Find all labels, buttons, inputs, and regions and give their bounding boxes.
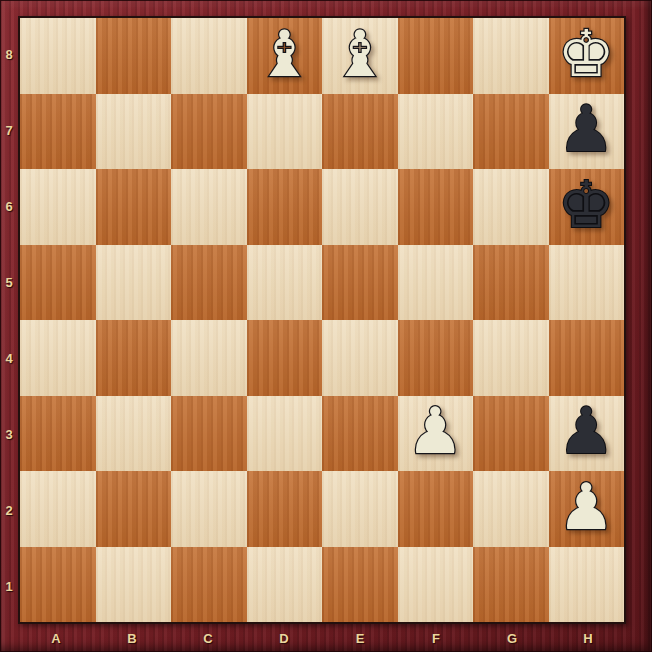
rank-label-4: 4 <box>0 320 18 396</box>
rank-label-3: 3 <box>0 396 18 472</box>
chess-board: ♝♝♚♟♚♟♟♟ <box>20 18 624 622</box>
square-d4[interactable] <box>247 320 323 396</box>
piece-black-king-h6[interactable]: ♚ <box>558 173 615 237</box>
square-d1[interactable] <box>247 547 323 623</box>
square-h2[interactable]: ♟ <box>549 471 625 547</box>
square-f6[interactable] <box>398 169 474 245</box>
square-f3[interactable]: ♟ <box>398 396 474 472</box>
square-e3[interactable] <box>322 396 398 472</box>
square-c3[interactable] <box>171 396 247 472</box>
square-e7[interactable] <box>322 94 398 170</box>
square-b1[interactable] <box>96 547 172 623</box>
board-outline: ♝♝♚♟♚♟♟♟ <box>18 16 626 624</box>
square-d3[interactable] <box>247 396 323 472</box>
square-a5[interactable] <box>20 245 96 321</box>
square-a7[interactable] <box>20 94 96 170</box>
rank-labels: 87654321 <box>0 16 18 624</box>
square-a1[interactable] <box>20 547 96 623</box>
square-h3[interactable]: ♟ <box>549 396 625 472</box>
square-g7[interactable] <box>473 94 549 170</box>
square-c6[interactable] <box>171 169 247 245</box>
square-b6[interactable] <box>96 169 172 245</box>
square-a4[interactable] <box>20 320 96 396</box>
square-g6[interactable] <box>473 169 549 245</box>
file-label-b: B <box>94 624 170 652</box>
square-d7[interactable] <box>247 94 323 170</box>
square-e4[interactable] <box>322 320 398 396</box>
square-a6[interactable] <box>20 169 96 245</box>
file-label-f: F <box>398 624 474 652</box>
rank-label-6: 6 <box>0 168 18 244</box>
piece-white-bishop-d8[interactable]: ♝ <box>256 22 313 86</box>
square-f4[interactable] <box>398 320 474 396</box>
file-label-d: D <box>246 624 322 652</box>
square-c8[interactable] <box>171 18 247 94</box>
piece-white-pawn-f3[interactable]: ♟ <box>407 399 464 463</box>
square-g8[interactable] <box>473 18 549 94</box>
board-frame: 87654321 ABCDEFGH ♝♝♚♟♚♟♟♟ <box>0 0 652 652</box>
square-h7[interactable]: ♟ <box>549 94 625 170</box>
square-e1[interactable] <box>322 547 398 623</box>
square-h4[interactable] <box>549 320 625 396</box>
square-b2[interactable] <box>96 471 172 547</box>
square-c2[interactable] <box>171 471 247 547</box>
square-g4[interactable] <box>473 320 549 396</box>
rank-label-2: 2 <box>0 472 18 548</box>
square-b3[interactable] <box>96 396 172 472</box>
square-e5[interactable] <box>322 245 398 321</box>
square-b5[interactable] <box>96 245 172 321</box>
square-f1[interactable] <box>398 547 474 623</box>
piece-white-bishop-e8[interactable]: ♝ <box>331 22 388 86</box>
file-label-h: H <box>550 624 626 652</box>
square-d2[interactable] <box>247 471 323 547</box>
square-f8[interactable] <box>398 18 474 94</box>
square-g2[interactable] <box>473 471 549 547</box>
rank-label-8: 8 <box>0 16 18 92</box>
square-h5[interactable] <box>549 245 625 321</box>
square-g5[interactable] <box>473 245 549 321</box>
square-e6[interactable] <box>322 169 398 245</box>
square-b8[interactable] <box>96 18 172 94</box>
file-label-e: E <box>322 624 398 652</box>
square-c7[interactable] <box>171 94 247 170</box>
file-label-a: A <box>18 624 94 652</box>
square-c5[interactable] <box>171 245 247 321</box>
square-a8[interactable] <box>20 18 96 94</box>
square-d5[interactable] <box>247 245 323 321</box>
square-h1[interactable] <box>549 547 625 623</box>
piece-black-pawn-h7[interactable]: ♟ <box>558 97 615 161</box>
rank-label-7: 7 <box>0 92 18 168</box>
file-label-c: C <box>170 624 246 652</box>
square-b4[interactable] <box>96 320 172 396</box>
piece-black-pawn-h3[interactable]: ♟ <box>558 399 615 463</box>
file-label-g: G <box>474 624 550 652</box>
square-d8[interactable]: ♝ <box>247 18 323 94</box>
square-f5[interactable] <box>398 245 474 321</box>
square-f2[interactable] <box>398 471 474 547</box>
square-f7[interactable] <box>398 94 474 170</box>
square-b7[interactable] <box>96 94 172 170</box>
square-e8[interactable]: ♝ <box>322 18 398 94</box>
square-e2[interactable] <box>322 471 398 547</box>
rank-label-1: 1 <box>0 548 18 624</box>
square-a3[interactable] <box>20 396 96 472</box>
square-c4[interactable] <box>171 320 247 396</box>
piece-white-pawn-h2[interactable]: ♟ <box>558 475 615 539</box>
square-g1[interactable] <box>473 547 549 623</box>
square-g3[interactable] <box>473 396 549 472</box>
square-a2[interactable] <box>20 471 96 547</box>
square-h6[interactable]: ♚ <box>549 169 625 245</box>
piece-white-king-h8[interactable]: ♚ <box>558 22 615 86</box>
file-labels: ABCDEFGH <box>18 624 626 652</box>
square-c1[interactable] <box>171 547 247 623</box>
square-h8[interactable]: ♚ <box>549 18 625 94</box>
rank-label-5: 5 <box>0 244 18 320</box>
square-d6[interactable] <box>247 169 323 245</box>
